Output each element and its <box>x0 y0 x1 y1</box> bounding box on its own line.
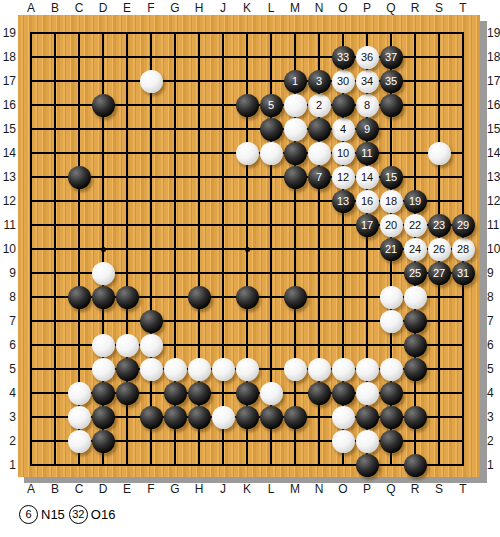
coord-top-Q: Q <box>381 1 401 15</box>
coord-left-15: 15 <box>0 122 16 136</box>
coord-bottom-P: P <box>357 482 377 496</box>
star-point-K10 <box>245 247 250 252</box>
stone-P17: 34 <box>356 70 379 93</box>
stone-O5 <box>332 358 355 381</box>
coord-right-11: 11 <box>487 218 500 232</box>
coord-left-10: 10 <box>0 242 16 256</box>
move-number: 37 <box>385 52 397 63</box>
stone-J3 <box>212 406 235 429</box>
stone-L4 <box>260 382 283 405</box>
coord-top-T: T <box>453 1 473 15</box>
stone-M17: 1 <box>284 70 307 93</box>
stone-K3 <box>236 406 259 429</box>
coord-top-F: F <box>141 1 161 15</box>
coord-right-16: 16 <box>487 98 500 112</box>
stone-D8 <box>92 286 115 309</box>
coord-bottom-K: K <box>237 482 257 496</box>
move-number: 19 <box>409 196 421 207</box>
coord-left-9: 9 <box>0 266 16 280</box>
coord-left-13: 13 <box>0 170 16 184</box>
stone-R8 <box>404 286 427 309</box>
caption-move-circle-32: 32 <box>69 505 88 524</box>
coord-top-J: J <box>213 1 233 15</box>
stone-L15 <box>260 118 283 141</box>
move-number: 17 <box>361 220 373 231</box>
stone-N15 <box>308 118 331 141</box>
stone-H5 <box>188 358 211 381</box>
move-number: 33 <box>337 52 349 63</box>
star-point-D10 <box>101 247 106 252</box>
stone-C3 <box>68 406 91 429</box>
coord-left-17: 17 <box>0 74 16 88</box>
stone-K16 <box>236 94 259 117</box>
coord-bottom-L: L <box>261 482 281 496</box>
grid-line-horizontal <box>30 464 464 466</box>
coord-left-7: 7 <box>0 314 16 328</box>
stone-K5 <box>236 358 259 381</box>
stone-M3 <box>284 406 307 429</box>
coord-left-3: 3 <box>0 410 16 424</box>
stone-Q3 <box>380 406 403 429</box>
coord-bottom-E: E <box>117 482 137 496</box>
stone-L16: 5 <box>260 94 283 117</box>
stone-K14 <box>236 142 259 165</box>
stone-D5 <box>92 358 115 381</box>
coord-top-P: P <box>357 1 377 15</box>
stone-E6 <box>116 334 139 357</box>
stone-C13 <box>68 166 91 189</box>
stone-N17: 3 <box>308 70 331 93</box>
move-number: 29 <box>457 220 469 231</box>
coord-right-10: 10 <box>487 242 500 256</box>
stone-D3 <box>92 406 115 429</box>
stone-R7 <box>404 310 427 333</box>
stone-E4 <box>116 382 139 405</box>
coord-right-18: 18 <box>487 50 500 64</box>
coord-bottom-H: H <box>189 482 209 496</box>
move-number: 3 <box>316 76 322 87</box>
stone-P13: 14 <box>356 166 379 189</box>
coord-bottom-M: M <box>285 482 305 496</box>
stone-C8 <box>68 286 91 309</box>
stone-R3 <box>404 406 427 429</box>
stone-S11: 23 <box>428 214 451 237</box>
coord-right-2: 2 <box>487 434 500 448</box>
move-number: 12 <box>337 172 349 183</box>
move-number: 24 <box>409 244 421 255</box>
move-number: 34 <box>361 76 373 87</box>
stone-S9: 27 <box>428 262 451 285</box>
move-number: 11 <box>361 148 372 159</box>
stone-M16 <box>284 94 307 117</box>
stone-R1 <box>404 454 427 477</box>
coord-left-14: 14 <box>0 146 16 160</box>
coord-right-8: 8 <box>487 290 500 304</box>
coord-top-S: S <box>429 1 449 15</box>
coord-left-11: 11 <box>0 218 16 232</box>
stone-P2 <box>356 430 379 453</box>
stone-H4 <box>188 382 211 405</box>
stone-T10: 28 <box>452 238 475 261</box>
stone-Q4 <box>380 382 403 405</box>
coord-right-17: 17 <box>487 74 500 88</box>
coord-bottom-G: G <box>165 482 185 496</box>
coord-bottom-C: C <box>69 482 89 496</box>
move-number: 23 <box>433 220 445 231</box>
coord-top-D: D <box>93 1 113 15</box>
coord-left-2: 2 <box>0 434 16 448</box>
coord-bottom-F: F <box>141 482 161 496</box>
stone-M15 <box>284 118 307 141</box>
coord-top-B: B <box>45 1 65 15</box>
coord-right-3: 3 <box>487 410 500 424</box>
coord-bottom-N: N <box>309 482 329 496</box>
coord-right-4: 4 <box>487 386 500 400</box>
stone-F5 <box>140 358 163 381</box>
coord-left-18: 18 <box>0 50 16 64</box>
stone-D6 <box>92 334 115 357</box>
coord-top-G: G <box>165 1 185 15</box>
coord-top-E: E <box>117 1 137 15</box>
move-number: 22 <box>409 220 421 231</box>
stone-L14 <box>260 142 283 165</box>
move-number: 9 <box>364 124 370 135</box>
stone-Q10: 21 <box>380 238 403 261</box>
coord-left-12: 12 <box>0 194 16 208</box>
stone-R10: 24 <box>404 238 427 261</box>
go-kifu-diagram: AABBCCDDEEFFGGHHJJKKLLMMNNOOPPQQRRSSTT19… <box>0 0 500 537</box>
stone-D16 <box>92 94 115 117</box>
move-number: 15 <box>385 172 397 183</box>
stone-K4 <box>236 382 259 405</box>
move-number: 36 <box>361 52 373 63</box>
stone-O15: 4 <box>332 118 355 141</box>
stone-M13 <box>284 166 307 189</box>
stone-P3 <box>356 406 379 429</box>
coord-top-L: L <box>261 1 281 15</box>
coord-left-8: 8 <box>0 290 16 304</box>
move-number: 26 <box>433 244 445 255</box>
stone-D9 <box>92 262 115 285</box>
coord-top-H: H <box>189 1 209 15</box>
coord-right-19: 19 <box>487 26 500 40</box>
stone-R5 <box>404 358 427 381</box>
stone-Q18: 37 <box>380 46 403 69</box>
coord-left-16: 16 <box>0 98 16 112</box>
stone-O17: 30 <box>332 70 355 93</box>
move-number: 30 <box>337 76 349 87</box>
move-caption: 6N1532O16 <box>19 503 118 525</box>
stone-G4 <box>164 382 187 405</box>
coord-top-K: K <box>237 1 257 15</box>
coord-bottom-S: S <box>429 482 449 496</box>
stone-N5 <box>308 358 331 381</box>
move-number: 21 <box>385 244 397 255</box>
move-number: 7 <box>316 172 322 183</box>
stone-O13: 12 <box>332 166 355 189</box>
move-number: 14 <box>361 172 373 183</box>
stone-P4 <box>356 382 379 405</box>
stone-G3 <box>164 406 187 429</box>
move-number: 16 <box>361 196 373 207</box>
stone-P16: 8 <box>356 94 379 117</box>
coord-bottom-T: T <box>453 482 473 496</box>
stone-E5 <box>116 358 139 381</box>
stone-O4 <box>332 382 355 405</box>
coord-bottom-O: O <box>333 482 353 496</box>
stone-K8 <box>236 286 259 309</box>
stone-Q11: 20 <box>380 214 403 237</box>
move-number: 25 <box>409 268 421 279</box>
stone-C4 <box>68 382 91 405</box>
coord-top-N: N <box>309 1 329 15</box>
coord-left-4: 4 <box>0 386 16 400</box>
move-number: 10 <box>337 148 349 159</box>
stone-T9: 31 <box>452 262 475 285</box>
move-number: 28 <box>457 244 469 255</box>
coord-right-7: 7 <box>487 314 500 328</box>
stone-P18: 36 <box>356 46 379 69</box>
move-number: 5 <box>268 100 274 111</box>
coord-top-A: A <box>21 1 41 15</box>
coord-bottom-D: D <box>93 482 113 496</box>
stone-M14 <box>284 142 307 165</box>
stone-Q12: 18 <box>380 190 403 213</box>
coord-right-9: 9 <box>487 266 500 280</box>
stone-M5 <box>284 358 307 381</box>
stone-E8 <box>116 286 139 309</box>
stone-Q16 <box>380 94 403 117</box>
stone-N4 <box>308 382 331 405</box>
stone-Q5 <box>380 358 403 381</box>
move-number: 31 <box>457 268 469 279</box>
move-number: 4 <box>340 124 346 135</box>
stone-P1 <box>356 454 379 477</box>
move-number: 8 <box>364 100 370 111</box>
stone-Q13: 15 <box>380 166 403 189</box>
stone-O3 <box>332 406 355 429</box>
coord-top-M: M <box>285 1 305 15</box>
stone-Q2 <box>380 430 403 453</box>
stone-T11: 29 <box>452 214 475 237</box>
coord-top-R: R <box>405 1 425 15</box>
caption-point-N15: N15 <box>41 507 65 522</box>
stone-O18: 33 <box>332 46 355 69</box>
move-number: 18 <box>385 196 397 207</box>
coord-bottom-A: A <box>21 482 41 496</box>
stone-M8 <box>284 286 307 309</box>
stone-P15: 9 <box>356 118 379 141</box>
stone-R6 <box>404 334 427 357</box>
move-number: 20 <box>385 220 397 231</box>
move-number: 13 <box>337 196 349 207</box>
coord-left-5: 5 <box>0 362 16 376</box>
coord-right-12: 12 <box>487 194 500 208</box>
coord-right-6: 6 <box>487 338 500 352</box>
stone-O14: 10 <box>332 142 355 165</box>
coord-top-O: O <box>333 1 353 15</box>
coord-right-15: 15 <box>487 122 500 136</box>
stone-C2 <box>68 430 91 453</box>
stone-R11: 22 <box>404 214 427 237</box>
coord-left-1: 1 <box>0 458 16 472</box>
move-number: 35 <box>385 76 397 87</box>
coord-right-13: 13 <box>487 170 500 184</box>
coord-right-14: 14 <box>487 146 500 160</box>
stone-F17 <box>140 70 163 93</box>
move-number: 1 <box>292 76 298 87</box>
coord-right-5: 5 <box>487 362 500 376</box>
stone-P5 <box>356 358 379 381</box>
stone-S10: 26 <box>428 238 451 261</box>
stone-Q7 <box>380 310 403 333</box>
stone-H3 <box>188 406 211 429</box>
coord-top-C: C <box>69 1 89 15</box>
coord-left-19: 19 <box>0 26 16 40</box>
stone-F3 <box>140 406 163 429</box>
stone-N14 <box>308 142 331 165</box>
move-number: 2 <box>316 100 322 111</box>
stone-F6 <box>140 334 163 357</box>
coord-bottom-B: B <box>45 482 65 496</box>
stone-S14 <box>428 142 451 165</box>
stone-H8 <box>188 286 211 309</box>
stone-P11: 17 <box>356 214 379 237</box>
stone-F7 <box>140 310 163 333</box>
stone-O2 <box>332 430 355 453</box>
coord-bottom-Q: Q <box>381 482 401 496</box>
stone-D2 <box>92 430 115 453</box>
stone-J5 <box>212 358 235 381</box>
stone-N13: 7 <box>308 166 331 189</box>
stone-R9: 25 <box>404 262 427 285</box>
coord-bottom-R: R <box>405 482 425 496</box>
stone-R12: 19 <box>404 190 427 213</box>
stone-Q8 <box>380 286 403 309</box>
stone-D4 <box>92 382 115 405</box>
caption-move-circle-6: 6 <box>19 505 38 524</box>
stone-L3 <box>260 406 283 429</box>
coord-left-6: 6 <box>0 338 16 352</box>
coord-right-1: 1 <box>487 458 500 472</box>
stone-N16: 2 <box>308 94 331 117</box>
stone-O16 <box>332 94 355 117</box>
stone-P12: 16 <box>356 190 379 213</box>
caption-point-O16: O16 <box>91 507 116 522</box>
coord-bottom-J: J <box>213 482 233 496</box>
stone-P14: 11 <box>356 142 379 165</box>
stone-Q17: 35 <box>380 70 403 93</box>
stone-O12: 13 <box>332 190 355 213</box>
move-number: 27 <box>433 268 445 279</box>
stone-G5 <box>164 358 187 381</box>
